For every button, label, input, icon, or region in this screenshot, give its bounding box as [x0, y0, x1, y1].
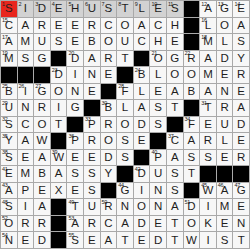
- black-cell: [84, 100, 100, 116]
- grid-cell[interactable]: 35Y: [1, 133, 17, 149]
- cell-letter: U: [154, 168, 162, 182]
- cell-letter: I: [57, 102, 60, 116]
- clue-number: 2: [19, 2, 22, 8]
- grid-cell[interactable]: R: [84, 133, 100, 149]
- clue-number: 42: [135, 167, 141, 173]
- grid-cell[interactable]: 14E: [233, 1, 249, 17]
- grid-cell[interactable]: 11S: [167, 1, 183, 17]
- grid-cell[interactable]: E: [134, 232, 150, 248]
- grid-cell[interactable]: 50R: [101, 199, 117, 215]
- grid-cell[interactable]: 6U: [84, 1, 100, 17]
- black-cell: [217, 166, 233, 182]
- cell-letter: U: [88, 3, 96, 17]
- grid-cell[interactable]: W: [34, 133, 50, 149]
- clue-number: 43: [2, 183, 8, 189]
- clue-number: 12: [201, 2, 207, 8]
- grid-cell[interactable]: 26I: [18, 84, 34, 100]
- grid-cell[interactable]: E: [233, 84, 249, 100]
- grid-cell[interactable]: A: [34, 199, 50, 215]
- cell-letter: I: [24, 3, 27, 17]
- grid-cell[interactable]: M: [200, 67, 216, 83]
- cell-letter: E: [154, 218, 162, 232]
- grid-cell[interactable]: M: [18, 34, 34, 50]
- grid-cell[interactable]: O: [117, 117, 133, 133]
- grid-cell[interactable]: 20D: [67, 51, 83, 67]
- grid-cell[interactable]: B: [34, 166, 50, 182]
- cell-letter: E: [71, 152, 79, 166]
- grid-cell[interactable]: R: [101, 51, 117, 67]
- cell-letter: O: [121, 119, 130, 133]
- grid-cell[interactable]: S: [150, 100, 166, 116]
- grid-cell[interactable]: I: [51, 100, 67, 116]
- cell-letter: E: [88, 152, 96, 166]
- cell-letter: R: [104, 119, 112, 133]
- grid-cell[interactable]: 37C: [167, 133, 183, 149]
- clue-number: 30: [102, 101, 108, 107]
- grid-cell[interactable]: E: [84, 84, 100, 100]
- grid-cell[interactable]: Y: [233, 51, 249, 67]
- grid-cell[interactable]: M: [217, 199, 233, 215]
- grid-cell[interactable]: D: [217, 51, 233, 67]
- grid-cell[interactable]: C: [101, 216, 117, 232]
- cell-letter: A: [105, 235, 113, 249]
- clue-number: 9: [135, 2, 138, 8]
- cell-letter: A: [204, 86, 212, 100]
- grid-cell[interactable]: O: [184, 67, 200, 83]
- grid-cell[interactable]: 15C: [1, 18, 17, 34]
- grid-cell[interactable]: D: [233, 117, 249, 133]
- grid-cell[interactable]: 9L: [134, 1, 150, 17]
- grid-cell[interactable]: 18M: [200, 34, 216, 50]
- cell-letter: D: [137, 218, 145, 232]
- cell-letter: S: [121, 135, 129, 149]
- grid-cell[interactable]: 44G: [117, 183, 133, 199]
- clue-number: 1: [2, 2, 5, 8]
- cell-letter: L: [138, 3, 144, 17]
- grid-cell[interactable]: S: [67, 166, 83, 182]
- cell-letter: O: [54, 86, 63, 100]
- cell-letter: A: [121, 218, 129, 232]
- grid-cell[interactable]: B: [84, 34, 100, 50]
- cell-letter: I: [140, 185, 143, 199]
- grid-cell[interactable]: D: [34, 232, 50, 248]
- grid-cell[interactable]: I: [18, 199, 34, 215]
- clue-number: 32: [2, 117, 8, 123]
- cell-letter: I: [206, 201, 209, 215]
- cell-letter: S: [154, 102, 162, 116]
- grid-cell[interactable]: 29U: [1, 100, 17, 116]
- grid-cell[interactable]: R: [233, 150, 249, 166]
- grid-cell[interactable]: A: [233, 100, 249, 116]
- grid-cell[interactable]: E: [67, 150, 83, 166]
- clue-number: 33: [85, 117, 91, 123]
- black-cell: [134, 150, 150, 166]
- grid-cell[interactable]: A: [167, 199, 183, 215]
- clue-number: 47: [234, 183, 240, 189]
- grid-cell[interactable]: 27G: [34, 84, 50, 100]
- cell-letter: D: [154, 235, 162, 249]
- cell-letter: O: [137, 201, 146, 215]
- cell-letter: A: [138, 102, 146, 116]
- grid-cell[interactable]: 24B: [134, 67, 150, 83]
- grid-cell[interactable]: L: [217, 34, 233, 50]
- grid-cell[interactable]: C: [134, 34, 150, 50]
- grid-cell[interactable]: A: [167, 150, 183, 166]
- cell-letter: R: [237, 69, 245, 83]
- grid-cell[interactable]: S: [167, 183, 183, 199]
- grid-cell[interactable]: S: [200, 150, 216, 166]
- clue-number: 17: [2, 35, 8, 41]
- grid-cell[interactable]: T: [51, 117, 67, 133]
- grid-cell[interactable]: A: [117, 216, 133, 232]
- grid-cell[interactable]: I: [200, 232, 216, 248]
- cell-letter: E: [154, 86, 162, 100]
- cell-letter: E: [55, 20, 63, 34]
- clue-number: 44: [118, 183, 124, 189]
- grid-cell[interactable]: 23D: [51, 67, 67, 83]
- grid-cell[interactable]: 52O: [1, 216, 17, 232]
- grid-cell[interactable]: D: [150, 232, 166, 248]
- grid-cell[interactable]: O: [184, 216, 200, 232]
- grid-cell[interactable]: 12A: [200, 1, 216, 17]
- grid-cell[interactable]: N: [233, 216, 249, 232]
- grid-cell[interactable]: S: [184, 150, 200, 166]
- cell-letter: R: [88, 20, 96, 34]
- cell-letter: A: [55, 168, 63, 182]
- grid-cell[interactable]: 7S: [101, 1, 117, 17]
- grid-cell[interactable]: U: [84, 199, 100, 215]
- grid-cell[interactable]: T: [233, 232, 249, 248]
- cell-letter: E: [138, 135, 146, 149]
- grid-cell[interactable]: Y: [101, 166, 117, 182]
- grid-cell[interactable]: E: [233, 199, 249, 215]
- grid-cell[interactable]: N: [18, 100, 34, 116]
- grid-cell[interactable]: K: [200, 216, 216, 232]
- grid-cell[interactable]: O: [34, 117, 50, 133]
- grid-cell[interactable]: S: [84, 166, 100, 182]
- grid-cell[interactable]: R: [34, 18, 50, 34]
- grid-cell[interactable]: R: [217, 100, 233, 116]
- grid-cell[interactable]: X: [51, 183, 67, 199]
- grid-cell[interactable]: 13G: [217, 1, 233, 17]
- grid-cell[interactable]: 19M: [1, 51, 17, 67]
- clue-number: 18: [201, 35, 207, 41]
- grid-cell[interactable]: T: [167, 232, 183, 248]
- grid-cell[interactable]: S: [233, 34, 249, 50]
- grid-cell[interactable]: G: [34, 51, 50, 67]
- black-cell: [51, 232, 67, 248]
- grid-cell[interactable]: E: [217, 216, 233, 232]
- black-cell: [200, 166, 216, 182]
- grid-cell[interactable]: L: [117, 100, 133, 116]
- grid-cell[interactable]: O: [101, 133, 117, 149]
- cell-letter: O: [121, 20, 130, 34]
- cell-letter: Y: [105, 168, 113, 182]
- grid-cell[interactable]: R: [101, 117, 117, 133]
- clue-number: 13: [218, 2, 224, 8]
- grid-cell[interactable]: C: [18, 117, 34, 133]
- cell-letter: B: [88, 36, 96, 50]
- grid-cell[interactable]: E: [67, 183, 83, 199]
- grid-cell[interactable]: R: [34, 100, 50, 116]
- grid-cell[interactable]: N: [150, 183, 166, 199]
- cell-letter: S: [71, 168, 79, 182]
- grid-cell[interactable]: P: [18, 183, 34, 199]
- grid-cell[interactable]: S: [117, 133, 133, 149]
- cell-letter: S: [121, 152, 129, 166]
- grid-cell[interactable]: I: [134, 183, 150, 199]
- black-cell: [51, 133, 67, 149]
- grid-cell[interactable]: A: [51, 166, 67, 182]
- clue-number: 5: [68, 2, 71, 8]
- clue-number: 34: [185, 117, 191, 123]
- grid-cell[interactable]: E: [101, 67, 117, 83]
- grid-cell[interactable]: T: [117, 232, 133, 248]
- grid-cell[interactable]: H: [150, 34, 166, 50]
- grid-cell[interactable]: U: [150, 166, 166, 182]
- cell-letter: C: [104, 20, 112, 34]
- grid-cell[interactable]: B: [184, 84, 200, 100]
- grid-cell[interactable]: 43A: [1, 183, 17, 199]
- grid-cell[interactable]: 41E: [1, 166, 17, 182]
- cell-letter: R: [38, 102, 46, 116]
- clue-number: 55: [68, 233, 74, 239]
- grid-cell[interactable]: A: [34, 150, 50, 166]
- grid-cell[interactable]: R: [34, 216, 50, 232]
- grid-cell[interactable]: A: [200, 84, 216, 100]
- grid-cell[interactable]: D: [134, 216, 150, 232]
- grid-cell[interactable]: S: [84, 183, 100, 199]
- grid-cell[interactable]: 48S: [1, 199, 17, 215]
- grid-cell[interactable]: 28F: [117, 84, 133, 100]
- grid-cell[interactable]: A: [84, 51, 100, 67]
- cell-letter: A: [38, 152, 46, 166]
- grid-cell[interactable]: E: [200, 117, 216, 133]
- clue-number: 53: [68, 216, 74, 222]
- cell-letter: I: [206, 235, 209, 249]
- cell-letter: N: [154, 185, 162, 199]
- grid-cell[interactable]: U: [217, 117, 233, 133]
- grid-cell[interactable]: T: [167, 100, 183, 116]
- clue-number: 25: [2, 84, 8, 90]
- grid-cell[interactable]: A: [184, 133, 200, 149]
- black-cell: [18, 67, 34, 83]
- grid-cell[interactable]: 47G: [233, 183, 249, 199]
- cell-letter: R: [38, 218, 46, 232]
- grid-cell[interactable]: W: [184, 232, 200, 248]
- cell-letter: A: [38, 201, 46, 215]
- cell-letter: X: [55, 185, 63, 199]
- grid-cell[interactable]: C: [101, 18, 117, 34]
- cell-letter: R: [88, 135, 96, 149]
- cell-letter: D: [237, 119, 245, 133]
- active-cell[interactable]: 1S: [1, 1, 17, 17]
- grid-cell[interactable]: E: [67, 34, 83, 50]
- grid-cell[interactable]: O: [217, 18, 233, 34]
- grid-cell[interactable]: 54N: [1, 232, 17, 248]
- grid-cell[interactable]: 46A: [217, 183, 233, 199]
- grid-cell[interactable]: 33P: [84, 117, 100, 133]
- clue-number: 6: [85, 2, 88, 8]
- grid-cell[interactable]: 30B: [101, 100, 117, 116]
- grid-cell[interactable]: O: [167, 67, 183, 83]
- grid-cell[interactable]: 55S: [67, 232, 83, 248]
- cell-letter: D: [220, 53, 228, 67]
- grid-cell[interactable]: 21O: [150, 51, 166, 67]
- grid-cell[interactable]: S: [217, 232, 233, 248]
- cell-letter: A: [237, 20, 245, 34]
- grid-cell[interactable]: E: [150, 216, 166, 232]
- grid-cell[interactable]: G: [167, 51, 183, 67]
- grid-cell[interactable]: 53A: [67, 216, 83, 232]
- grid-cell[interactable]: E: [134, 133, 150, 149]
- grid-cell[interactable]: A: [200, 51, 216, 67]
- clue-number: 23: [52, 68, 58, 74]
- clue-number: 48: [2, 200, 8, 206]
- black-cell: [51, 51, 67, 67]
- grid-cell[interactable]: E: [18, 232, 34, 248]
- grid-cell[interactable]: S: [150, 117, 166, 133]
- cell-letter: A: [22, 135, 30, 149]
- grid-cell[interactable]: A: [233, 18, 249, 34]
- grid-cell[interactable]: L: [134, 84, 150, 100]
- grid-cell[interactable]: D: [134, 117, 150, 133]
- grid-cell[interactable]: U: [117, 34, 133, 50]
- grid-cell[interactable]: E: [217, 67, 233, 83]
- grid-cell[interactable]: M: [18, 166, 34, 182]
- grid-cell[interactable]: L: [217, 133, 233, 149]
- cell-letter: E: [88, 86, 96, 100]
- grid-cell[interactable]: N: [150, 199, 166, 215]
- grid-cell[interactable]: 51D: [184, 199, 200, 215]
- grid-cell[interactable]: 8T: [117, 1, 133, 17]
- grid-cell[interactable]: 3D: [34, 1, 50, 17]
- grid-cell[interactable]: C: [150, 18, 166, 34]
- grid-cell[interactable]: S: [167, 166, 183, 182]
- grid-cell[interactable]: S: [51, 34, 67, 50]
- grid-cell[interactable]: 36P: [67, 133, 83, 149]
- grid-cell[interactable]: O: [134, 199, 150, 215]
- cell-letter: H: [71, 3, 79, 17]
- cell-letter: S: [188, 152, 196, 166]
- grid-cell[interactable]: 38S: [1, 150, 17, 166]
- cell-letter: L: [221, 36, 227, 50]
- grid-cell[interactable]: N: [84, 67, 100, 83]
- grid-cell[interactable]: R: [200, 133, 216, 149]
- cell-letter: E: [171, 36, 179, 50]
- grid-cell[interactable]: 45W: [200, 183, 216, 199]
- grid-cell[interactable]: S: [117, 150, 133, 166]
- grid-cell[interactable]: O: [101, 34, 117, 50]
- grid-cell[interactable]: E: [84, 150, 100, 166]
- grid-cell[interactable]: 40P: [150, 150, 166, 166]
- black-cell: [184, 100, 200, 116]
- grid-cell[interactable]: 42D: [134, 166, 150, 182]
- grid-cell[interactable]: A: [134, 18, 150, 34]
- grid-cell[interactable]: O: [51, 84, 67, 100]
- grid-cell[interactable]: 4E: [51, 1, 67, 17]
- grid-cell[interactable]: S: [18, 51, 34, 67]
- clue-number: 29: [2, 101, 8, 107]
- cell-letter: L: [155, 69, 161, 83]
- cell-letter: M: [21, 168, 31, 182]
- cell-letter: R: [204, 135, 212, 149]
- clue-number: 14: [234, 2, 240, 8]
- cell-letter: M: [21, 36, 31, 50]
- grid-cell[interactable]: 34F: [184, 117, 200, 133]
- cell-letter: W: [186, 235, 197, 249]
- grid-cell[interactable]: A: [134, 100, 150, 116]
- grid-cell[interactable]: D: [101, 150, 117, 166]
- grid-cell[interactable]: E: [233, 133, 249, 149]
- cell-letter: S: [221, 235, 229, 249]
- grid-cell[interactable]: E: [150, 84, 166, 100]
- grid-cell[interactable]: E: [217, 150, 233, 166]
- grid-cell[interactable]: O: [117, 18, 133, 34]
- cell-letter: O: [220, 20, 229, 34]
- grid-cell[interactable]: E: [67, 18, 83, 34]
- cell-letter: D: [38, 235, 46, 249]
- grid-cell[interactable]: 10E: [150, 1, 166, 17]
- grid-cell[interactable]: 2I: [18, 1, 34, 17]
- grid-cell[interactable]: L: [150, 67, 166, 83]
- clue-number: 19: [2, 51, 8, 57]
- grid-cell[interactable]: R: [18, 216, 34, 232]
- grid-cell[interactable]: U: [34, 34, 50, 50]
- grid-cell[interactable]: R: [84, 216, 100, 232]
- grid-cell[interactable]: 17A: [1, 34, 17, 50]
- grid-cell[interactable]: R: [233, 67, 249, 83]
- grid-cell[interactable]: H: [167, 18, 183, 34]
- grid-cell[interactable]: E: [34, 183, 50, 199]
- grid-cell[interactable]: E: [51, 18, 67, 34]
- grid-cell[interactable]: G: [67, 100, 83, 116]
- grid-cell[interactable]: A: [18, 18, 34, 34]
- black-cell: [67, 117, 83, 133]
- grid-cell[interactable]: I: [200, 199, 216, 215]
- cell-letter: E: [55, 3, 63, 17]
- grid-cell[interactable]: 39W: [51, 150, 67, 166]
- cell-letter: E: [221, 218, 229, 232]
- grid-cell[interactable]: T: [117, 51, 133, 67]
- grid-cell[interactable]: I: [67, 67, 83, 83]
- grid-cell[interactable]: E: [167, 34, 183, 50]
- grid-cell[interactable]: T: [167, 216, 183, 232]
- grid-cell[interactable]: A: [101, 232, 117, 248]
- grid-cell[interactable]: 5H: [67, 1, 83, 17]
- grid-cell[interactable]: E: [18, 150, 34, 166]
- grid-cell[interactable]: E: [84, 232, 100, 248]
- grid-cell[interactable]: 16L: [200, 18, 216, 34]
- grid-cell[interactable]: 22R: [184, 51, 200, 67]
- clue-number: 50: [102, 200, 108, 206]
- grid-cell[interactable]: 25B: [1, 84, 17, 100]
- grid-cell[interactable]: 49T: [67, 199, 83, 215]
- grid-cell[interactable]: A: [18, 133, 34, 149]
- grid-cell[interactable]: N: [67, 84, 83, 100]
- grid-cell[interactable]: N: [217, 84, 233, 100]
- grid-cell[interactable]: R: [84, 18, 100, 34]
- cell-letter: N: [237, 218, 245, 232]
- grid-cell[interactable]: A: [167, 84, 183, 100]
- grid-cell[interactable]: N: [117, 199, 133, 215]
- grid-cell[interactable]: 31T: [200, 100, 216, 116]
- cell-letter: R: [38, 20, 46, 34]
- cell-letter: I: [24, 86, 27, 100]
- cell-letter: E: [22, 235, 30, 249]
- grid-cell[interactable]: 32S: [1, 117, 17, 133]
- grid-cell[interactable]: T: [184, 166, 200, 182]
